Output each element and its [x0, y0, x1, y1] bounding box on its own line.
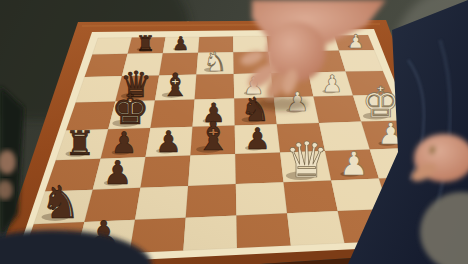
piece-bB-c6: ♝ — [161, 66, 190, 104]
square-f1 — [287, 211, 344, 245]
square-e2 — [236, 182, 287, 215]
square-d2 — [186, 184, 237, 218]
piece-wP-g6: ♟ — [322, 70, 343, 98]
piece-bP-c4: ♟ — [155, 125, 181, 159]
square-d6 — [195, 74, 235, 100]
piece-bP-e4: ♟ — [244, 122, 270, 156]
square-e3 — [235, 153, 283, 185]
piece-wP-g3: ♟ — [339, 145, 368, 183]
square-d1 — [183, 216, 237, 251]
piece-bP-b3: ♟ — [103, 154, 132, 192]
scene-svg: ♝♟♟ ♜♟♟♞♛♝♟♟♚♟♞♟♚♜♟♟♝♟♟♟♛♟♞♟♜ — [0, 0, 468, 264]
square-a8 — [92, 38, 131, 55]
piece-bB-d4: ♝ — [195, 113, 231, 159]
square-e1 — [236, 213, 290, 248]
piece-wN-d7: ♞ — [203, 46, 227, 77]
piece-bR-b8: ♜ — [136, 31, 155, 56]
piece-bN-a2: ♞ — [40, 176, 81, 229]
chess-photo-scene: ♝♟♟ ♜♟♟♞♛♝♟♟♚♟♞♟♚♜♟♟♝♟♟♟♛♟♞♟♜ — [0, 0, 468, 264]
hand-shadow — [256, 97, 308, 111]
square-e8 — [233, 36, 269, 52]
piece-bR-a4: ♜ — [64, 124, 94, 163]
square-c3 — [140, 156, 190, 188]
piece-bP-c8: ♟ — [172, 32, 189, 54]
piece-wQ-f3: ♛ — [284, 131, 328, 189]
square-c2 — [135, 186, 188, 220]
